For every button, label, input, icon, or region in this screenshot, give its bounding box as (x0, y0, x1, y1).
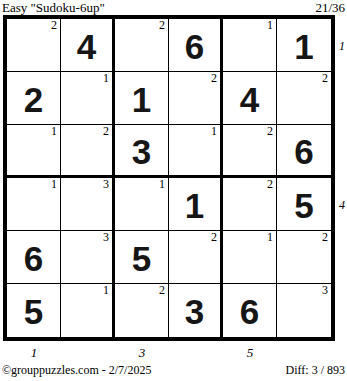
pencil-mark: 1 (51, 178, 57, 191)
pencil-mark: 2 (322, 72, 328, 85)
pencil-mark: 3 (322, 284, 328, 297)
pencil-mark: 3 (103, 178, 109, 191)
pencil-mark: 2 (211, 231, 217, 244)
difficulty-text: Diff: 3 / 893 (286, 363, 345, 378)
pencil-mark: 2 (267, 125, 273, 138)
col-label-3: 3 (135, 345, 149, 360)
cell-value: 1 (132, 82, 151, 117)
cell-r1c6: 1 (277, 19, 331, 72)
pencil-mark: 2 (211, 72, 217, 85)
cell-value: 6 (185, 29, 204, 64)
cell-r2c1: 2 (7, 72, 61, 125)
pencil-mark: 2 (103, 125, 109, 138)
pencil-mark: 1 (159, 178, 165, 191)
pencil-mark: 1 (267, 19, 273, 32)
cell-r6c5: 6 (223, 284, 277, 337)
cell-r4c6: 5 (277, 178, 331, 231)
cell-value: 5 (24, 294, 43, 329)
cell-r2c6: 2 (277, 72, 331, 125)
cell-r3c3: 3 (115, 125, 169, 178)
cell-value: 4 (240, 82, 259, 117)
cell-r6c2: 1 (61, 284, 115, 337)
cell-r6c6: 3 (277, 284, 331, 337)
cell-r5c6: 2 (277, 231, 331, 284)
cell-r3c6: 6 (277, 125, 331, 178)
row-label-4: 4 (337, 198, 347, 212)
cell-r3c4: 1 (169, 125, 223, 178)
pencil-mark: 1 (103, 284, 109, 297)
page-title: Easy "Sudoku-6up" (2, 0, 105, 15)
col-label-1: 1 (27, 345, 41, 360)
pencil-mark: 2 (159, 284, 165, 297)
cell-value: 1 (294, 29, 313, 64)
pencil-mark: 1 (267, 231, 273, 244)
cell-value: 3 (132, 134, 151, 169)
cell-value: 1 (185, 188, 204, 223)
cell-r1c2: 4 (61, 19, 115, 72)
cell-value: 6 (24, 241, 43, 276)
cell-r4c1: 1 (7, 178, 61, 231)
cell-r6c4: 3 (169, 284, 223, 337)
cell-r2c3: 1 (115, 72, 169, 125)
cell-r3c2: 2 (61, 125, 115, 178)
cell-value: 6 (240, 294, 259, 329)
cell-r5c3: 5 (115, 231, 169, 284)
cell-r6c1: 5 (7, 284, 61, 337)
col-label-5: 5 (243, 345, 257, 360)
pencil-mark: 2 (322, 231, 328, 244)
pencil-mark: 2 (51, 19, 57, 32)
cell-r5c5: 1 (223, 231, 277, 284)
pencil-mark: 1 (103, 72, 109, 85)
cell-r3c1: 1 (7, 125, 61, 178)
puzzle-counter: 21/36 (315, 0, 345, 15)
cell-r1c1: 2 (7, 19, 61, 72)
pencil-mark: 2 (159, 19, 165, 32)
cell-r5c2: 3 (61, 231, 115, 284)
cell-r4c5: 2 (223, 178, 277, 231)
cell-r1c3: 2 (115, 19, 169, 72)
puzzle-page: Easy "Sudoku-6up" 21/36 2426112112421231… (0, 0, 347, 381)
cell-value: 6 (294, 134, 313, 169)
cell-value: 5 (294, 188, 313, 223)
cell-r2c4: 2 (169, 72, 223, 125)
cell-r5c4: 2 (169, 231, 223, 284)
cell-r6c3: 2 (115, 284, 169, 337)
cell-value: 5 (132, 241, 151, 276)
sudoku-grid: 242611211242123126131125635212512363 (3, 15, 335, 341)
cell-value: 3 (185, 294, 204, 329)
cell-r5c1: 6 (7, 231, 61, 284)
cell-r2c2: 1 (61, 72, 115, 125)
cell-value: 2 (24, 82, 43, 117)
cell-r3c5: 2 (223, 125, 277, 178)
pencil-mark: 2 (267, 178, 273, 191)
cell-r4c4: 1 (169, 178, 223, 231)
copyright-text: ©grouppuzzles.com - 2/7/2025 (2, 363, 151, 378)
cell-value: 4 (77, 29, 96, 64)
pencil-mark: 1 (51, 125, 57, 138)
cell-r2c5: 4 (223, 72, 277, 125)
cell-r4c3: 1 (115, 178, 169, 231)
cell-r1c5: 1 (223, 19, 277, 72)
row-label-1: 1 (337, 39, 347, 53)
cell-r4c2: 3 (61, 178, 115, 231)
cell-r1c4: 6 (169, 19, 223, 72)
pencil-mark: 3 (103, 231, 109, 244)
pencil-mark: 1 (211, 125, 217, 138)
